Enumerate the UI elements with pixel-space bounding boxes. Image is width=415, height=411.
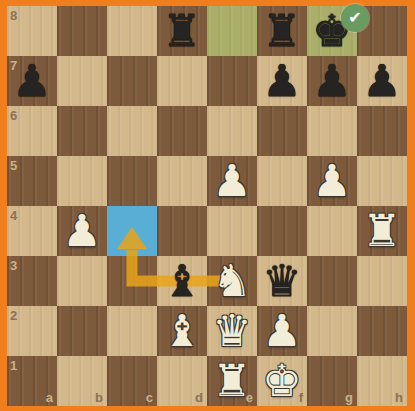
correct-move-badge: ✔ — [341, 4, 369, 32]
piece-black-rook-d8[interactable]: ♜ — [157, 6, 207, 56]
square-g1[interactable]: g — [307, 356, 357, 406]
square-d3[interactable]: ♝ — [157, 256, 207, 306]
square-d4[interactable] — [157, 206, 207, 256]
square-a2[interactable]: 2 — [7, 306, 57, 356]
square-g4[interactable] — [307, 206, 357, 256]
square-a1[interactable]: 1a — [7, 356, 57, 406]
square-a8[interactable]: 8 — [7, 6, 57, 56]
piece-white-pawn-f2[interactable]: ♟ — [257, 306, 307, 356]
square-c5[interactable] — [107, 156, 157, 206]
square-a4[interactable]: 4 — [7, 206, 57, 256]
square-c2[interactable] — [107, 306, 157, 356]
piece-white-knight-e3[interactable]: ♞ — [207, 256, 257, 306]
square-g6[interactable] — [307, 106, 357, 156]
square-b4[interactable]: ♟ — [57, 206, 107, 256]
piece-white-queen-e2[interactable]: ♛ — [207, 306, 257, 356]
square-b3[interactable] — [57, 256, 107, 306]
square-f8[interactable]: ♜ — [257, 6, 307, 56]
square-e7[interactable] — [207, 56, 257, 106]
square-f4[interactable] — [257, 206, 307, 256]
square-d6[interactable] — [157, 106, 207, 156]
square-e8[interactable] — [207, 6, 257, 56]
board-frame: 8♜♜♚7♟♟♟♟65♟♟4♟♜3♝♞♛2♝♛♟1abcde♜f♚gh ✔ — [0, 0, 415, 411]
square-f1[interactable]: f♚ — [257, 356, 307, 406]
check-icon: ✔ — [348, 10, 361, 26]
square-d7[interactable] — [157, 56, 207, 106]
square-f6[interactable] — [257, 106, 307, 156]
piece-white-rook-e1[interactable]: ♜ — [207, 356, 257, 406]
square-a7[interactable]: 7♟ — [7, 56, 57, 106]
square-c7[interactable] — [107, 56, 157, 106]
piece-white-pawn-g5[interactable]: ♟ — [307, 156, 357, 206]
square-h7[interactable]: ♟ — [357, 56, 407, 106]
square-h1[interactable]: h — [357, 356, 407, 406]
rank-label-5: 5 — [10, 159, 17, 172]
square-b5[interactable] — [57, 156, 107, 206]
piece-black-bishop-d3[interactable]: ♝ — [157, 256, 207, 306]
square-b6[interactable] — [57, 106, 107, 156]
square-g5[interactable]: ♟ — [307, 156, 357, 206]
square-f2[interactable]: ♟ — [257, 306, 307, 356]
square-f7[interactable]: ♟ — [257, 56, 307, 106]
file-label-g: g — [345, 391, 353, 404]
file-label-h: h — [395, 391, 403, 404]
square-h3[interactable] — [357, 256, 407, 306]
piece-black-rook-f8[interactable]: ♜ — [257, 6, 307, 56]
square-e3[interactable]: ♞ — [207, 256, 257, 306]
square-h2[interactable] — [357, 306, 407, 356]
piece-white-pawn-b4[interactable]: ♟ — [57, 206, 107, 256]
square-d1[interactable]: d — [157, 356, 207, 406]
square-b2[interactable] — [57, 306, 107, 356]
rank-label-1: 1 — [10, 359, 17, 372]
square-b1[interactable]: b — [57, 356, 107, 406]
chess-board: 8♜♜♚7♟♟♟♟65♟♟4♟♜3♝♞♛2♝♛♟1abcde♜f♚gh — [7, 6, 407, 406]
rank-label-3: 3 — [10, 259, 17, 272]
rank-label-2: 2 — [10, 309, 17, 322]
file-label-b: b — [95, 391, 103, 404]
square-h5[interactable] — [357, 156, 407, 206]
square-d2[interactable]: ♝ — [157, 306, 207, 356]
file-label-c: c — [146, 391, 153, 404]
square-a5[interactable]: 5 — [7, 156, 57, 206]
square-c1[interactable]: c — [107, 356, 157, 406]
square-d5[interactable] — [157, 156, 207, 206]
square-b7[interactable] — [57, 56, 107, 106]
square-c4[interactable] — [107, 206, 157, 256]
square-e2[interactable]: ♛ — [207, 306, 257, 356]
piece-black-pawn-a7[interactable]: ♟ — [7, 56, 57, 106]
square-d8[interactable]: ♜ — [157, 6, 207, 56]
rank-label-8: 8 — [10, 9, 17, 22]
square-c8[interactable] — [107, 6, 157, 56]
square-f3[interactable]: ♛ — [257, 256, 307, 306]
square-e4[interactable] — [207, 206, 257, 256]
piece-black-pawn-g7[interactable]: ♟ — [307, 56, 357, 106]
piece-black-queen-f3[interactable]: ♛ — [257, 256, 307, 306]
square-g3[interactable] — [307, 256, 357, 306]
piece-white-pawn-e5[interactable]: ♟ — [207, 156, 257, 206]
piece-white-bishop-d2[interactable]: ♝ — [157, 306, 207, 356]
piece-white-rook-h4[interactable]: ♜ — [357, 206, 407, 256]
file-label-a: a — [46, 391, 53, 404]
rank-label-4: 4 — [10, 209, 17, 222]
square-f5[interactable] — [257, 156, 307, 206]
square-a3[interactable]: 3 — [7, 256, 57, 306]
square-h4[interactable]: ♜ — [357, 206, 407, 256]
square-g7[interactable]: ♟ — [307, 56, 357, 106]
square-c6[interactable] — [107, 106, 157, 156]
square-g2[interactable] — [307, 306, 357, 356]
square-c3[interactable] — [107, 256, 157, 306]
square-a6[interactable]: 6 — [7, 106, 57, 156]
rank-label-6: 6 — [10, 109, 17, 122]
piece-black-pawn-f7[interactable]: ♟ — [257, 56, 307, 106]
file-label-d: d — [195, 391, 203, 404]
square-e6[interactable] — [207, 106, 257, 156]
square-h6[interactable] — [357, 106, 407, 156]
piece-white-king-f1[interactable]: ♚ — [257, 356, 307, 406]
piece-black-pawn-h7[interactable]: ♟ — [357, 56, 407, 106]
square-e1[interactable]: e♜ — [207, 356, 257, 406]
square-b8[interactable] — [57, 6, 107, 56]
square-e5[interactable]: ♟ — [207, 156, 257, 206]
